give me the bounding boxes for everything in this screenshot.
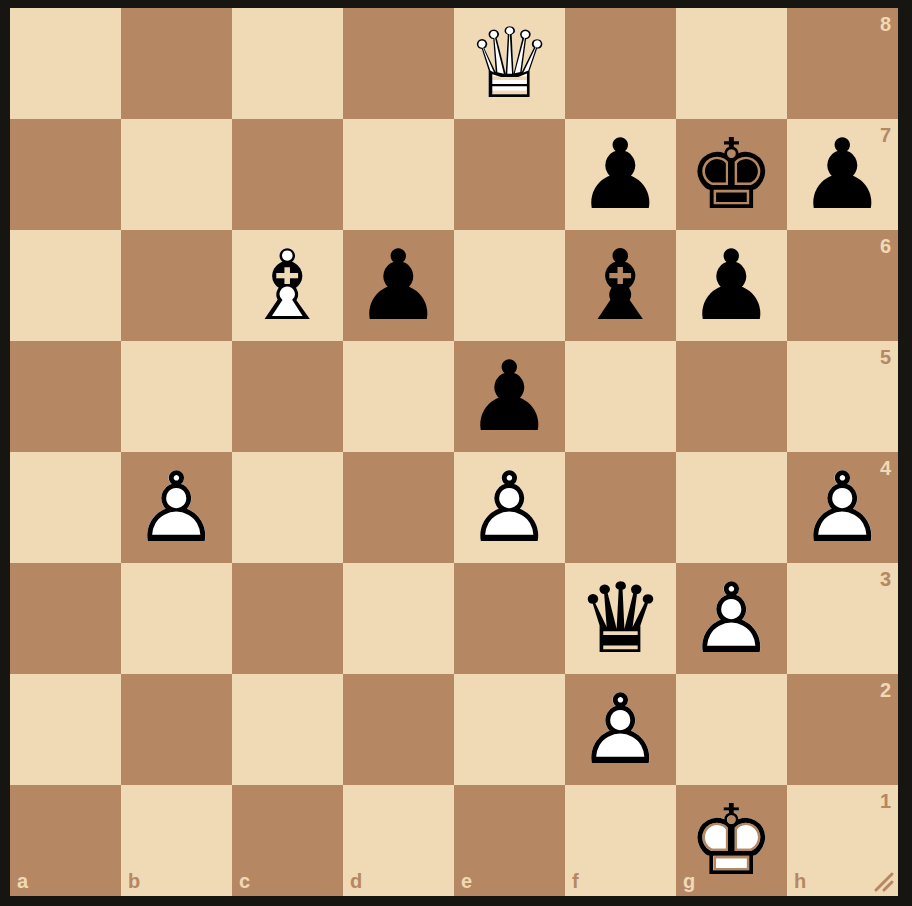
square-a6[interactable] bbox=[10, 230, 121, 341]
square-f8[interactable] bbox=[565, 8, 676, 119]
square-c3[interactable] bbox=[232, 563, 343, 674]
square-h6[interactable]: 6 bbox=[787, 230, 898, 341]
white-pawn-f2[interactable]: ♟♙ bbox=[565, 674, 676, 785]
square-c6[interactable]: ♝♗ bbox=[232, 230, 343, 341]
rank-label-3: 3 bbox=[880, 569, 891, 589]
rank-label-1: 1 bbox=[880, 791, 891, 811]
square-h2[interactable]: 2 bbox=[787, 674, 898, 785]
black-pawn-f7[interactable]: ♟ bbox=[565, 119, 676, 230]
black-pawn-h7[interactable]: ♟ bbox=[787, 119, 898, 230]
square-d4[interactable] bbox=[343, 452, 454, 563]
square-b7[interactable] bbox=[121, 119, 232, 230]
rank-label-2: 2 bbox=[880, 680, 891, 700]
white-pawn-g3[interactable]: ♟♙ bbox=[676, 563, 787, 674]
square-e3[interactable] bbox=[454, 563, 565, 674]
file-label-h: h bbox=[794, 871, 806, 891]
square-h1[interactable]: 1h bbox=[787, 785, 898, 896]
white-pawn-outline-icon: ♙ bbox=[676, 563, 787, 674]
square-h5[interactable]: 5 bbox=[787, 341, 898, 452]
square-e8[interactable]: ♛♕ bbox=[454, 8, 565, 119]
square-g6[interactable]: ♟ bbox=[676, 230, 787, 341]
square-a7[interactable] bbox=[10, 119, 121, 230]
white-pawn-outline-icon: ♙ bbox=[565, 674, 676, 785]
square-f4[interactable] bbox=[565, 452, 676, 563]
square-f1[interactable]: f bbox=[565, 785, 676, 896]
square-e1[interactable]: e bbox=[454, 785, 565, 896]
white-king-outline-icon: ♔ bbox=[676, 785, 787, 896]
square-g2[interactable] bbox=[676, 674, 787, 785]
white-pawn-b4[interactable]: ♟♙ bbox=[121, 452, 232, 563]
white-bishop-c6[interactable]: ♝♗ bbox=[232, 230, 343, 341]
square-g3[interactable]: ♟♙ bbox=[676, 563, 787, 674]
white-pawn-outline-icon: ♙ bbox=[121, 452, 232, 563]
square-c4[interactable] bbox=[232, 452, 343, 563]
square-d1[interactable]: d bbox=[343, 785, 454, 896]
square-e6[interactable] bbox=[454, 230, 565, 341]
black-pawn-icon: ♟ bbox=[343, 230, 454, 341]
square-c5[interactable] bbox=[232, 341, 343, 452]
square-e5[interactable]: ♟ bbox=[454, 341, 565, 452]
black-queen-f3[interactable]: ♛ bbox=[565, 563, 676, 674]
black-bishop-f6[interactable]: ♝ bbox=[565, 230, 676, 341]
square-d7[interactable] bbox=[343, 119, 454, 230]
square-h7[interactable]: 7♟ bbox=[787, 119, 898, 230]
black-king-icon: ♚ bbox=[676, 119, 787, 230]
square-a1[interactable]: a bbox=[10, 785, 121, 896]
square-a3[interactable] bbox=[10, 563, 121, 674]
square-g7[interactable]: ♚ bbox=[676, 119, 787, 230]
black-pawn-e5[interactable]: ♟ bbox=[454, 341, 565, 452]
square-d2[interactable] bbox=[343, 674, 454, 785]
file-label-b: b bbox=[128, 871, 140, 891]
file-label-c: c bbox=[239, 871, 250, 891]
square-a4[interactable] bbox=[10, 452, 121, 563]
file-label-f: f bbox=[572, 871, 579, 891]
rank-label-8: 8 bbox=[880, 14, 891, 34]
square-e2[interactable] bbox=[454, 674, 565, 785]
square-d3[interactable] bbox=[343, 563, 454, 674]
black-bishop-icon: ♝ bbox=[565, 230, 676, 341]
square-g4[interactable] bbox=[676, 452, 787, 563]
file-label-d: d bbox=[350, 871, 362, 891]
black-pawn-icon: ♟ bbox=[787, 119, 898, 230]
square-a5[interactable] bbox=[10, 341, 121, 452]
square-f6[interactable]: ♝ bbox=[565, 230, 676, 341]
square-a8[interactable] bbox=[10, 8, 121, 119]
square-e4[interactable]: ♟♙ bbox=[454, 452, 565, 563]
square-a2[interactable] bbox=[10, 674, 121, 785]
square-b5[interactable] bbox=[121, 341, 232, 452]
square-f7[interactable]: ♟ bbox=[565, 119, 676, 230]
square-c1[interactable]: c bbox=[232, 785, 343, 896]
resize-handle-icon[interactable] bbox=[873, 871, 895, 893]
white-pawn-h4[interactable]: ♟♙ bbox=[787, 452, 898, 563]
black-pawn-icon: ♟ bbox=[565, 119, 676, 230]
square-f5[interactable] bbox=[565, 341, 676, 452]
black-pawn-g6[interactable]: ♟ bbox=[676, 230, 787, 341]
white-pawn-outline-icon: ♙ bbox=[787, 452, 898, 563]
white-pawn-outline-icon: ♙ bbox=[454, 452, 565, 563]
file-label-a: a bbox=[17, 871, 28, 891]
square-h4[interactable]: 4♟♙ bbox=[787, 452, 898, 563]
square-f2[interactable]: ♟♙ bbox=[565, 674, 676, 785]
square-g8[interactable] bbox=[676, 8, 787, 119]
square-g1[interactable]: g♚♔ bbox=[676, 785, 787, 896]
page-background: ♛♕8♟♚7♟♝♗♟♝♟6♟5♟♙♟♙4♟♙♛♟♙3♟♙2abcdefg♚♔1h bbox=[0, 0, 912, 906]
square-b2[interactable] bbox=[121, 674, 232, 785]
square-b4[interactable]: ♟♙ bbox=[121, 452, 232, 563]
white-queen-outline-icon: ♕ bbox=[454, 8, 565, 119]
square-d6[interactable]: ♟ bbox=[343, 230, 454, 341]
black-pawn-icon: ♟ bbox=[676, 230, 787, 341]
square-h8[interactable]: 8 bbox=[787, 8, 898, 119]
black-queen-icon: ♛ bbox=[565, 563, 676, 674]
rank-label-5: 5 bbox=[880, 347, 891, 367]
black-pawn-d6[interactable]: ♟ bbox=[343, 230, 454, 341]
square-e7[interactable] bbox=[454, 119, 565, 230]
square-b8[interactable] bbox=[121, 8, 232, 119]
rank-label-6: 6 bbox=[880, 236, 891, 256]
square-c7[interactable] bbox=[232, 119, 343, 230]
square-b1[interactable]: b bbox=[121, 785, 232, 896]
square-b3[interactable] bbox=[121, 563, 232, 674]
square-f3[interactable]: ♛ bbox=[565, 563, 676, 674]
black-pawn-icon: ♟ bbox=[454, 341, 565, 452]
chess-board: ♛♕8♟♚7♟♝♗♟♝♟6♟5♟♙♟♙4♟♙♛♟♙3♟♙2abcdefg♚♔1h bbox=[10, 8, 898, 896]
square-h3[interactable]: 3 bbox=[787, 563, 898, 674]
square-g5[interactable] bbox=[676, 341, 787, 452]
white-bishop-outline-icon: ♗ bbox=[232, 230, 343, 341]
white-king-g1[interactable]: ♚♔ bbox=[676, 785, 787, 896]
square-d5[interactable] bbox=[343, 341, 454, 452]
file-label-e: e bbox=[461, 871, 472, 891]
square-c8[interactable] bbox=[232, 8, 343, 119]
square-c2[interactable] bbox=[232, 674, 343, 785]
white-pawn-e4[interactable]: ♟♙ bbox=[454, 452, 565, 563]
square-d8[interactable] bbox=[343, 8, 454, 119]
black-king-g7[interactable]: ♚ bbox=[676, 119, 787, 230]
white-queen-e8[interactable]: ♛♕ bbox=[454, 8, 565, 119]
square-b6[interactable] bbox=[121, 230, 232, 341]
